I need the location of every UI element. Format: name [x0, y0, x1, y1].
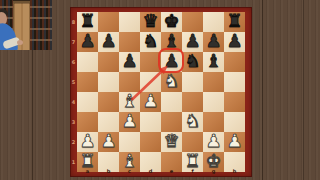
piece-white-pawn[interactable]: ♟	[119, 111, 140, 131]
square-g5[interactable]	[203, 72, 224, 92]
square-f6[interactable]: ♞	[182, 52, 203, 72]
piece-white-queen[interactable]: ♛	[161, 131, 182, 151]
square-h8[interactable]: ♜	[224, 12, 245, 32]
piece-white-pawn[interactable]: ♟	[77, 131, 98, 151]
square-h5[interactable]	[224, 72, 245, 92]
piece-white-knight[interactable]: ♞	[182, 111, 203, 131]
square-e8[interactable]: ♚	[161, 12, 182, 32]
piece-white-pawn[interactable]: ♟	[98, 131, 119, 151]
square-f7[interactable]: ♟	[182, 32, 203, 52]
square-h7[interactable]: ♟	[224, 32, 245, 52]
video-frame: 87654321 ♜♛♚♜♟♟♞♝♟♟♟♟♟♞♝♞♝♟♟♞♟♟♛♟♟♜♝♜♚ a…	[0, 0, 320, 180]
piece-black-pawn[interactable]: ♟	[203, 31, 224, 51]
square-a2[interactable]: ♟	[77, 132, 98, 152]
square-c7[interactable]	[119, 32, 140, 52]
piece-black-knight[interactable]: ♞	[140, 31, 161, 51]
piece-black-pawn[interactable]: ♟	[182, 31, 203, 51]
square-g6[interactable]: ♝	[203, 52, 224, 72]
square-d5[interactable]	[140, 72, 161, 92]
square-f2[interactable]	[182, 132, 203, 152]
square-g4[interactable]	[203, 92, 224, 112]
square-b6[interactable]	[98, 52, 119, 72]
square-h3[interactable]	[224, 112, 245, 132]
square-e6[interactable]: ♟	[161, 52, 182, 72]
file-label-b: b	[98, 167, 119, 176]
piece-black-bishop[interactable]: ♝	[203, 51, 224, 71]
piece-black-pawn[interactable]: ♟	[98, 31, 119, 51]
piece-white-bishop[interactable]: ♝	[119, 91, 140, 111]
piece-black-king[interactable]: ♚	[161, 11, 182, 31]
square-b2[interactable]: ♟	[98, 132, 119, 152]
piece-black-bishop[interactable]: ♝	[161, 31, 182, 51]
piece-white-knight[interactable]: ♞	[161, 71, 182, 91]
piece-black-rook[interactable]: ♜	[224, 11, 245, 31]
square-h6[interactable]	[224, 52, 245, 72]
square-f4[interactable]	[182, 92, 203, 112]
file-labels: abcdefgh	[77, 167, 245, 176]
file-label-h: h	[224, 167, 245, 176]
piece-white-pawn[interactable]: ♟	[224, 131, 245, 151]
square-d6[interactable]	[140, 52, 161, 72]
square-e7[interactable]: ♝	[161, 32, 182, 52]
square-a6[interactable]	[77, 52, 98, 72]
square-g7[interactable]: ♟	[203, 32, 224, 52]
square-h2[interactable]: ♟	[224, 132, 245, 152]
piece-white-pawn[interactable]: ♟	[203, 131, 224, 151]
square-f3[interactable]: ♞	[182, 112, 203, 132]
presenter-hand	[17, 40, 23, 45]
rank-label-7: 7	[70, 32, 77, 52]
square-b4[interactable]	[98, 92, 119, 112]
rank-labels: 87654321	[70, 12, 77, 172]
square-b5[interactable]	[98, 72, 119, 92]
square-d3[interactable]	[140, 112, 161, 132]
square-f5[interactable]	[182, 72, 203, 92]
square-c6[interactable]: ♟	[119, 52, 140, 72]
square-e2[interactable]: ♛	[161, 132, 182, 152]
square-a3[interactable]	[77, 112, 98, 132]
square-f8[interactable]	[182, 12, 203, 32]
bookshelf-right	[30, 0, 52, 50]
square-g8[interactable]	[203, 12, 224, 32]
square-e4[interactable]	[161, 92, 182, 112]
square-a4[interactable]	[77, 92, 98, 112]
rank-label-8: 8	[70, 12, 77, 32]
piece-black-queen[interactable]: ♛	[140, 11, 161, 31]
square-b3[interactable]	[98, 112, 119, 132]
square-g3[interactable]	[203, 112, 224, 132]
chess-board: 87654321 ♜♛♚♜♟♟♞♝♟♟♟♟♟♞♝♞♝♟♟♞♟♟♛♟♟♜♝♜♚ a…	[70, 7, 252, 177]
piece-black-knight[interactable]: ♞	[182, 51, 203, 71]
rank-label-4: 4	[70, 92, 77, 112]
piece-black-pawn[interactable]: ♟	[119, 51, 140, 71]
square-b8[interactable]	[98, 12, 119, 32]
file-label-g: g	[203, 167, 224, 176]
piece-black-pawn[interactable]: ♟	[224, 31, 245, 51]
piece-black-pawn[interactable]: ♟	[161, 51, 182, 71]
square-a7[interactable]: ♟	[77, 32, 98, 52]
rank-label-6: 6	[70, 52, 77, 72]
square-d8[interactable]: ♛	[140, 12, 161, 32]
square-d2[interactable]	[140, 132, 161, 152]
square-c5[interactable]	[119, 72, 140, 92]
square-a5[interactable]	[77, 72, 98, 92]
square-g2[interactable]: ♟	[203, 132, 224, 152]
square-c3[interactable]: ♟	[119, 112, 140, 132]
file-label-e: e	[161, 167, 182, 176]
file-label-d: d	[140, 167, 161, 176]
square-e5[interactable]: ♞	[161, 72, 182, 92]
square-d4[interactable]: ♟	[140, 92, 161, 112]
piece-black-pawn[interactable]: ♟	[77, 31, 98, 51]
square-b7[interactable]: ♟	[98, 32, 119, 52]
square-d7[interactable]: ♞	[140, 32, 161, 52]
square-h4[interactable]	[224, 92, 245, 112]
rank-label-1: 1	[70, 152, 77, 172]
rank-label-2: 2	[70, 132, 77, 152]
piece-white-pawn[interactable]: ♟	[140, 91, 161, 111]
file-label-f: f	[182, 167, 203, 176]
file-label-a: a	[77, 167, 98, 176]
square-c2[interactable]	[119, 132, 140, 152]
rank-label-3: 3	[70, 112, 77, 132]
square-e3[interactable]	[161, 112, 182, 132]
square-a8[interactable]: ♜	[77, 12, 98, 32]
piece-black-rook[interactable]: ♜	[77, 11, 98, 31]
square-c4[interactable]: ♝	[119, 92, 140, 112]
board-squares: ♜♛♚♜♟♟♞♝♟♟♟♟♟♞♝♞♝♟♟♞♟♟♛♟♟♜♝♜♚	[77, 12, 245, 172]
file-label-c: c	[119, 167, 140, 176]
rank-label-5: 5	[70, 72, 77, 92]
webcam-overlay	[0, 0, 52, 50]
square-c8[interactable]	[119, 12, 140, 32]
